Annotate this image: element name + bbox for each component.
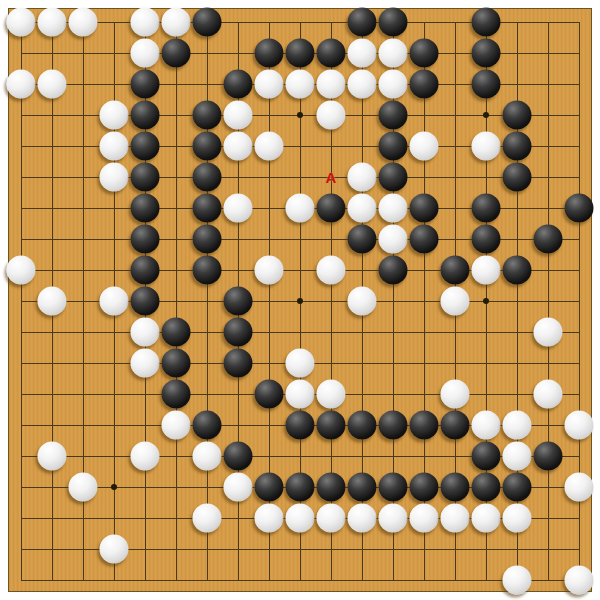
black-stone <box>410 225 439 254</box>
white-stone <box>162 8 191 37</box>
white-stone <box>348 70 377 99</box>
white-stone <box>472 411 501 440</box>
black-stone <box>255 39 284 68</box>
black-stone <box>286 411 315 440</box>
white-stone <box>441 380 470 409</box>
black-stone <box>410 473 439 502</box>
black-stone <box>410 411 439 440</box>
go-diagram: { "game": "go", "board": { "size": 19, "… <box>0 0 600 600</box>
white-stone <box>131 442 160 471</box>
black-stone <box>503 132 532 161</box>
white-stone <box>317 380 346 409</box>
white-stone <box>193 442 222 471</box>
star-point <box>483 298 489 304</box>
black-stone <box>472 70 501 99</box>
black-stone <box>472 194 501 223</box>
black-stone <box>162 349 191 378</box>
black-stone <box>379 101 408 130</box>
black-stone <box>565 194 594 223</box>
white-stone <box>348 504 377 533</box>
white-stone <box>534 380 563 409</box>
white-stone <box>162 411 191 440</box>
black-stone <box>441 473 470 502</box>
black-stone <box>410 39 439 68</box>
black-stone <box>472 473 501 502</box>
white-stone <box>38 8 67 37</box>
black-stone <box>193 101 222 130</box>
white-stone <box>565 411 594 440</box>
white-stone <box>503 411 532 440</box>
black-stone <box>162 318 191 347</box>
white-stone <box>348 287 377 316</box>
white-stone <box>379 504 408 533</box>
black-stone <box>410 70 439 99</box>
white-stone <box>131 349 160 378</box>
white-stone <box>441 504 470 533</box>
white-stone <box>379 225 408 254</box>
black-stone <box>410 194 439 223</box>
black-stone <box>503 163 532 192</box>
black-stone <box>317 473 346 502</box>
white-stone <box>317 101 346 130</box>
white-stone <box>100 287 129 316</box>
black-stone <box>472 225 501 254</box>
white-stone <box>472 132 501 161</box>
grid-line-horizontal <box>21 332 580 333</box>
white-stone <box>348 39 377 68</box>
white-stone <box>193 504 222 533</box>
white-stone <box>565 566 594 595</box>
black-stone <box>255 473 284 502</box>
star-point <box>297 112 303 118</box>
white-stone <box>410 132 439 161</box>
white-stone <box>224 473 253 502</box>
white-stone <box>224 194 253 223</box>
black-stone <box>348 8 377 37</box>
white-stone <box>472 504 501 533</box>
white-stone <box>317 256 346 285</box>
white-stone <box>255 70 284 99</box>
black-stone <box>193 163 222 192</box>
black-stone <box>348 473 377 502</box>
black-stone <box>131 225 160 254</box>
black-stone <box>317 411 346 440</box>
black-stone <box>193 225 222 254</box>
black-stone <box>131 132 160 161</box>
black-stone <box>379 411 408 440</box>
black-stone <box>534 225 563 254</box>
white-stone <box>503 442 532 471</box>
white-stone <box>503 566 532 595</box>
black-stone <box>224 318 253 347</box>
black-stone <box>503 473 532 502</box>
white-stone <box>7 70 36 99</box>
white-stone <box>565 473 594 502</box>
white-stone <box>38 442 67 471</box>
white-stone <box>286 70 315 99</box>
white-stone <box>503 504 532 533</box>
white-stone <box>255 256 284 285</box>
black-stone <box>472 442 501 471</box>
white-stone <box>69 8 98 37</box>
black-stone <box>379 473 408 502</box>
white-stone <box>286 349 315 378</box>
black-stone <box>286 39 315 68</box>
black-stone <box>193 256 222 285</box>
white-stone <box>38 70 67 99</box>
grid-line-horizontal <box>21 580 580 581</box>
black-stone <box>441 256 470 285</box>
black-stone <box>193 132 222 161</box>
black-stone <box>255 380 284 409</box>
white-stone <box>348 194 377 223</box>
black-stone <box>534 442 563 471</box>
black-stone <box>317 194 346 223</box>
black-stone <box>503 256 532 285</box>
black-stone <box>379 8 408 37</box>
white-stone <box>131 39 160 68</box>
black-stone <box>193 411 222 440</box>
white-stone <box>131 8 160 37</box>
grid-line-vertical <box>548 22 549 581</box>
white-stone <box>286 194 315 223</box>
black-stone <box>224 287 253 316</box>
black-stone <box>472 8 501 37</box>
white-stone <box>379 194 408 223</box>
white-stone <box>534 318 563 347</box>
white-stone <box>286 504 315 533</box>
black-stone <box>131 70 160 99</box>
black-stone <box>472 39 501 68</box>
white-stone <box>379 70 408 99</box>
star-point <box>111 484 117 490</box>
white-stone <box>69 473 98 502</box>
white-stone <box>379 39 408 68</box>
white-stone <box>7 8 36 37</box>
black-stone <box>162 39 191 68</box>
white-stone <box>100 101 129 130</box>
black-stone <box>224 70 253 99</box>
black-stone <box>286 473 315 502</box>
black-stone <box>131 101 160 130</box>
black-stone <box>348 225 377 254</box>
white-stone <box>255 132 284 161</box>
white-stone <box>317 70 346 99</box>
black-stone <box>379 163 408 192</box>
white-stone <box>410 504 439 533</box>
star-point <box>297 298 303 304</box>
black-stone <box>131 256 160 285</box>
white-stone <box>7 256 36 285</box>
black-stone <box>131 163 160 192</box>
black-stone <box>162 380 191 409</box>
black-stone <box>348 411 377 440</box>
white-stone <box>100 132 129 161</box>
white-stone <box>100 163 129 192</box>
white-stone <box>224 132 253 161</box>
go-board: A <box>8 8 592 592</box>
black-stone <box>224 442 253 471</box>
star-point <box>483 112 489 118</box>
black-stone <box>131 287 160 316</box>
black-stone <box>503 101 532 130</box>
white-stone <box>348 163 377 192</box>
black-stone <box>193 8 222 37</box>
white-stone <box>255 504 284 533</box>
white-stone <box>472 256 501 285</box>
black-stone <box>317 39 346 68</box>
white-stone <box>224 101 253 130</box>
black-stone <box>193 194 222 223</box>
white-stone <box>100 535 129 564</box>
black-stone <box>379 256 408 285</box>
white-stone <box>441 287 470 316</box>
white-stone <box>131 318 160 347</box>
white-stone <box>38 287 67 316</box>
point-label-A: A <box>326 170 337 185</box>
white-stone <box>317 504 346 533</box>
black-stone <box>441 411 470 440</box>
white-stone <box>286 380 315 409</box>
black-stone <box>379 132 408 161</box>
black-stone <box>224 349 253 378</box>
black-stone <box>131 194 160 223</box>
